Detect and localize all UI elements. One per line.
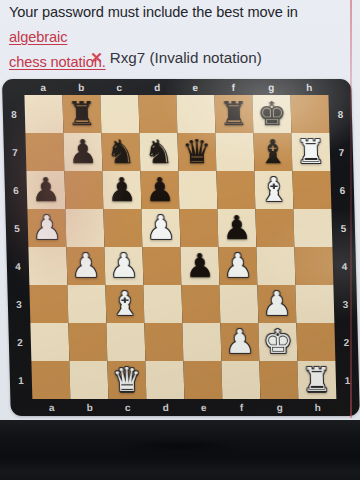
square-h3 bbox=[295, 285, 334, 323]
white-pawn: ♟ bbox=[223, 247, 254, 285]
square-e2 bbox=[182, 323, 221, 361]
square-g2: ♚ bbox=[258, 323, 297, 361]
square-h4 bbox=[294, 247, 333, 285]
file-label-top-g: g bbox=[252, 79, 290, 95]
file-label-top-f: f bbox=[214, 79, 252, 95]
white-pawn: ♟ bbox=[32, 209, 63, 247]
square-b8: ♜ bbox=[62, 95, 101, 133]
black-rook: ♜ bbox=[67, 95, 98, 133]
square-g7: ♝ bbox=[253, 133, 292, 171]
square-f5: ♟ bbox=[217, 209, 256, 247]
square-b2 bbox=[68, 323, 107, 361]
square-e4: ♟ bbox=[180, 247, 219, 285]
file-label-bottom-g: g bbox=[260, 399, 298, 416]
square-g5 bbox=[255, 209, 294, 247]
square-b4: ♟ bbox=[66, 247, 105, 285]
rank-label-right-8: 8 bbox=[328, 95, 352, 133]
square-b3 bbox=[67, 285, 106, 323]
square-f7 bbox=[215, 133, 254, 171]
validation-error: ✕Rxg7 (Invalid notation) bbox=[0, 47, 352, 69]
square-h1: ♜ bbox=[297, 361, 336, 399]
square-d7: ♞ bbox=[139, 133, 178, 171]
square-h2 bbox=[296, 323, 335, 361]
file-label-top-h: h bbox=[290, 79, 328, 95]
square-a5: ♟ bbox=[27, 209, 66, 247]
white-rook: ♜ bbox=[296, 133, 327, 171]
square-f3 bbox=[219, 285, 258, 323]
white-pawn: ♟ bbox=[225, 323, 256, 361]
white-pawn: ♟ bbox=[146, 209, 177, 247]
black-knight: ♞ bbox=[144, 133, 175, 171]
screen-edge-artifact bbox=[350, 0, 352, 418]
square-b6 bbox=[64, 171, 103, 209]
square-g3: ♟ bbox=[257, 285, 296, 323]
frame-corner bbox=[10, 399, 32, 416]
square-d1 bbox=[145, 361, 184, 399]
square-a3 bbox=[29, 285, 68, 323]
file-label-top-e: e bbox=[176, 79, 214, 95]
black-pawn: ♟ bbox=[68, 133, 99, 171]
black-queen: ♛ bbox=[182, 133, 213, 171]
file-label-top-c: c bbox=[100, 79, 138, 95]
frame-corner bbox=[2, 79, 24, 95]
square-c5 bbox=[103, 209, 142, 247]
square-d3 bbox=[143, 285, 182, 323]
square-d4 bbox=[142, 247, 181, 285]
rule-prefix: Your password must include the best move… bbox=[9, 4, 298, 20]
square-e5 bbox=[179, 209, 218, 247]
rank-label-left-2: 2 bbox=[8, 323, 31, 361]
black-pawn: ♟ bbox=[31, 171, 62, 209]
white-pawn: ♟ bbox=[262, 285, 293, 323]
rank-label-right-1: 1 bbox=[335, 361, 359, 399]
square-d6: ♟ bbox=[140, 171, 179, 209]
square-d5: ♟ bbox=[141, 209, 180, 247]
square-e7: ♛ bbox=[177, 133, 216, 171]
square-a2 bbox=[30, 323, 69, 361]
square-a4 bbox=[28, 247, 67, 285]
file-label-bottom-a: a bbox=[32, 399, 70, 416]
file-label-top-b: b bbox=[62, 79, 100, 95]
file-label-bottom-d: d bbox=[146, 399, 184, 416]
bezel-reflection bbox=[100, 438, 260, 454]
square-g8: ♚ bbox=[252, 95, 291, 133]
square-h7: ♜ bbox=[291, 133, 330, 171]
error-message: Rxg7 (Invalid notation) bbox=[110, 49, 262, 66]
black-bishop: ♝ bbox=[258, 133, 289, 171]
square-b7: ♟ bbox=[63, 133, 102, 171]
square-f8: ♜ bbox=[214, 95, 253, 133]
square-c6: ♟ bbox=[102, 171, 141, 209]
rank-label-left-7: 7 bbox=[3, 133, 26, 171]
black-pawn: ♟ bbox=[107, 171, 138, 209]
rank-label-left-1: 1 bbox=[9, 361, 32, 399]
square-g6: ♝ bbox=[254, 171, 293, 209]
rank-label-left-8: 8 bbox=[2, 95, 25, 133]
bottom-bezel bbox=[0, 420, 360, 480]
error-x-icon: ✕ bbox=[90, 49, 103, 66]
square-h5 bbox=[293, 209, 332, 247]
rank-label-left-6: 6 bbox=[4, 171, 27, 209]
rank-label-right-3: 3 bbox=[333, 285, 357, 323]
square-c8 bbox=[100, 95, 139, 133]
black-king: ♚ bbox=[257, 95, 288, 133]
square-f1 bbox=[221, 361, 260, 399]
file-label-top-a: a bbox=[24, 79, 62, 95]
rank-label-left-5: 5 bbox=[5, 209, 28, 247]
black-pawn: ♟ bbox=[222, 209, 253, 247]
square-g1 bbox=[259, 361, 298, 399]
square-e6 bbox=[178, 171, 217, 209]
white-pawn: ♟ bbox=[71, 247, 102, 285]
chess-board: abcdefgh8♜♜♚87♟♞♞♛♝♜76♟♟♟♝65♟♟♟54♟♟♟♟43♝… bbox=[2, 79, 360, 416]
square-f4: ♟ bbox=[218, 247, 257, 285]
square-a8 bbox=[24, 95, 63, 133]
square-e3 bbox=[181, 285, 220, 323]
square-c7: ♞ bbox=[101, 133, 140, 171]
black-rook: ♜ bbox=[219, 95, 250, 133]
white-bishop: ♝ bbox=[110, 285, 141, 323]
screen-photo: Your password must include the best move… bbox=[0, 0, 360, 480]
frame-corner bbox=[328, 79, 351, 95]
rank-label-right-4: 4 bbox=[332, 247, 356, 285]
black-pawn: ♟ bbox=[185, 247, 216, 285]
square-c4: ♟ bbox=[104, 247, 143, 285]
square-b1 bbox=[69, 361, 108, 399]
square-c3: ♝ bbox=[105, 285, 144, 323]
file-label-bottom-b: b bbox=[70, 399, 108, 416]
square-a1 bbox=[31, 361, 70, 399]
square-c2 bbox=[106, 323, 145, 361]
white-king: ♚ bbox=[263, 323, 294, 361]
black-pawn: ♟ bbox=[145, 171, 176, 209]
square-h8 bbox=[290, 95, 329, 133]
file-label-bottom-e: e bbox=[184, 399, 222, 416]
white-rook: ♜ bbox=[302, 361, 333, 399]
white-queen: ♛ bbox=[112, 361, 143, 399]
white-bishop: ♝ bbox=[259, 171, 290, 209]
square-a6: ♟ bbox=[26, 171, 65, 209]
frame-corner bbox=[336, 399, 359, 416]
black-knight: ♞ bbox=[106, 133, 137, 171]
square-f2: ♟ bbox=[220, 323, 259, 361]
square-e1 bbox=[183, 361, 222, 399]
square-c1: ♛ bbox=[107, 361, 146, 399]
file-label-bottom-h: h bbox=[298, 399, 336, 416]
white-pawn: ♟ bbox=[109, 247, 140, 285]
square-h6 bbox=[292, 171, 331, 209]
file-label-top-d: d bbox=[138, 79, 176, 95]
square-b5 bbox=[65, 209, 104, 247]
square-e8 bbox=[176, 95, 215, 133]
file-label-bottom-c: c bbox=[108, 399, 146, 416]
rank-label-left-3: 3 bbox=[7, 285, 30, 323]
file-label-bottom-f: f bbox=[222, 399, 260, 416]
rank-label-right-2: 2 bbox=[334, 323, 358, 361]
square-d8 bbox=[138, 95, 177, 133]
square-g4 bbox=[256, 247, 295, 285]
square-a7 bbox=[25, 133, 64, 171]
square-f6 bbox=[216, 171, 255, 209]
square-d2 bbox=[144, 323, 183, 361]
rank-label-left-4: 4 bbox=[6, 247, 29, 285]
